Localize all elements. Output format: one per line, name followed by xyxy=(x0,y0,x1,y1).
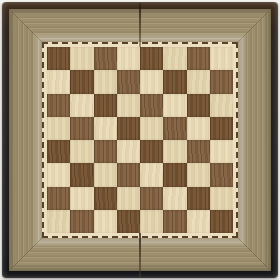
square-r1c6[interactable] xyxy=(163,47,186,70)
square-r5c1[interactable] xyxy=(47,140,70,163)
square-r8c1[interactable] xyxy=(47,210,70,233)
square-r1c4[interactable] xyxy=(117,47,140,70)
square-r8c5[interactable] xyxy=(140,210,163,233)
square-r2c3[interactable] xyxy=(94,70,117,93)
square-r7c8[interactable] xyxy=(210,187,233,210)
square-r7c4[interactable] xyxy=(117,187,140,210)
square-r6c7[interactable] xyxy=(187,163,210,186)
frame-top xyxy=(9,9,271,42)
square-r7c3[interactable] xyxy=(94,187,117,210)
square-r3c2[interactable] xyxy=(70,94,93,117)
square-r7c6[interactable] xyxy=(163,187,186,210)
square-r8c6[interactable] xyxy=(163,210,186,233)
square-r1c3[interactable] xyxy=(94,47,117,70)
square-r5c3[interactable] xyxy=(94,140,117,163)
square-r6c4[interactable] xyxy=(117,163,140,186)
square-r4c3[interactable] xyxy=(94,117,117,140)
square-r4c5[interactable] xyxy=(140,117,163,140)
square-r6c2[interactable] xyxy=(70,163,93,186)
square-r6c6[interactable] xyxy=(163,163,186,186)
square-r4c8[interactable] xyxy=(210,117,233,140)
board-photo xyxy=(0,0,280,280)
square-r7c7[interactable] xyxy=(187,187,210,210)
square-r4c2[interactable] xyxy=(70,117,93,140)
square-r4c6[interactable] xyxy=(163,117,186,140)
square-r6c5[interactable] xyxy=(140,163,163,186)
square-r8c3[interactable] xyxy=(94,210,117,233)
square-r1c1[interactable] xyxy=(47,47,70,70)
square-r4c4[interactable] xyxy=(117,117,140,140)
square-r6c8[interactable] xyxy=(210,163,233,186)
square-r1c8[interactable] xyxy=(210,47,233,70)
square-r2c7[interactable] xyxy=(187,70,210,93)
square-r1c2[interactable] xyxy=(70,47,93,70)
frame-bottom xyxy=(9,238,271,271)
square-r7c5[interactable] xyxy=(140,187,163,210)
square-r1c7[interactable] xyxy=(187,47,210,70)
square-r1c5[interactable] xyxy=(140,47,163,70)
square-r5c2[interactable] xyxy=(70,140,93,163)
square-r7c1[interactable] xyxy=(47,187,70,210)
square-r2c4[interactable] xyxy=(117,70,140,93)
square-r5c7[interactable] xyxy=(187,140,210,163)
frame-left xyxy=(9,9,42,271)
square-r3c5[interactable] xyxy=(140,94,163,117)
square-r8c2[interactable] xyxy=(70,210,93,233)
square-r2c8[interactable] xyxy=(210,70,233,93)
frame-right xyxy=(238,9,271,271)
square-r4c7[interactable] xyxy=(187,117,210,140)
square-r3c6[interactable] xyxy=(163,94,186,117)
square-r7c2[interactable] xyxy=(70,187,93,210)
square-r3c4[interactable] xyxy=(117,94,140,117)
square-r3c8[interactable] xyxy=(210,94,233,117)
square-r5c6[interactable] xyxy=(163,140,186,163)
square-r3c1[interactable] xyxy=(47,94,70,117)
square-r6c3[interactable] xyxy=(94,163,117,186)
square-r8c8[interactable] xyxy=(210,210,233,233)
square-r3c3[interactable] xyxy=(94,94,117,117)
square-r8c7[interactable] xyxy=(187,210,210,233)
square-r2c1[interactable] xyxy=(47,70,70,93)
square-r8c4[interactable] xyxy=(117,210,140,233)
square-r5c8[interactable] xyxy=(210,140,233,163)
square-r3c7[interactable] xyxy=(187,94,210,117)
square-r5c5[interactable] xyxy=(140,140,163,163)
square-r5c4[interactable] xyxy=(117,140,140,163)
board xyxy=(47,47,233,233)
square-r2c2[interactable] xyxy=(70,70,93,93)
square-r6c1[interactable] xyxy=(47,163,70,186)
square-r2c6[interactable] xyxy=(163,70,186,93)
square-r2c5[interactable] xyxy=(140,70,163,93)
square-r4c1[interactable] xyxy=(47,117,70,140)
